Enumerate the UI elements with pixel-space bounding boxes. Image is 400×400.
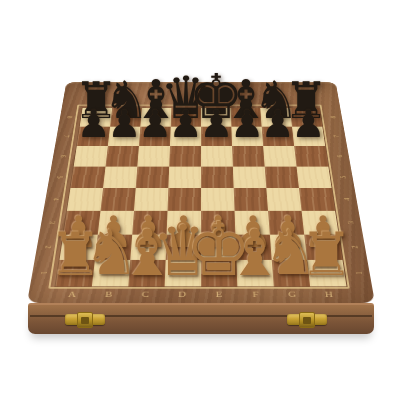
square-d5 — [168, 167, 201, 189]
square-e3 — [201, 211, 235, 235]
latch-keeper-icon — [81, 317, 89, 324]
square-c1 — [128, 260, 165, 287]
rank-label-right-7: 7 — [319, 131, 351, 142]
square-g7 — [262, 127, 295, 146]
rank-label-right-6: 6 — [322, 151, 355, 162]
rank-label-left-6: 6 — [47, 151, 80, 162]
square-e5 — [201, 167, 234, 189]
square-c4 — [134, 188, 168, 211]
square-b8 — [110, 108, 142, 127]
square-e2 — [201, 235, 236, 260]
square-e7 — [201, 127, 232, 146]
rank-label-left-7: 7 — [50, 131, 82, 142]
square-c3 — [132, 211, 167, 235]
file-label-g: G — [274, 289, 312, 298]
square-d4 — [167, 188, 201, 211]
square-f5 — [233, 167, 266, 189]
square-g1 — [272, 260, 310, 287]
square-f3 — [235, 211, 270, 235]
file-label-e: E — [201, 289, 238, 298]
square-d2 — [166, 235, 201, 260]
rank-label-right-2: 2 — [335, 240, 372, 254]
square-g3 — [268, 211, 304, 235]
square-b2 — [95, 235, 132, 260]
rank-label-right-4: 4 — [328, 193, 363, 205]
board-plane: ABCDEFGH 87654321 87654321 — [27, 82, 375, 303]
rank-label-left-8: 8 — [54, 112, 86, 122]
rank-label-right-1: 1 — [339, 266, 377, 280]
square-e4 — [201, 188, 235, 211]
latch-keeper-icon — [303, 317, 311, 324]
square-f1 — [236, 260, 273, 287]
playing-grid — [56, 108, 347, 286]
square-d6 — [169, 146, 201, 166]
square-f6 — [232, 146, 265, 166]
square-b7 — [108, 127, 141, 146]
square-g8 — [260, 108, 292, 127]
square-f4 — [234, 188, 268, 211]
square-d7 — [170, 127, 201, 146]
square-g4 — [266, 188, 301, 211]
rank-label-right-3: 3 — [332, 216, 368, 229]
rank-label-left-3: 3 — [34, 216, 70, 229]
square-c2 — [130, 235, 166, 260]
square-b3 — [98, 211, 134, 235]
square-e6 — [201, 146, 233, 166]
rank-label-left-5: 5 — [43, 171, 77, 183]
rank-label-right-8: 8 — [316, 112, 348, 122]
square-b1 — [92, 260, 130, 287]
square-b4 — [100, 188, 135, 211]
square-g2 — [270, 235, 307, 260]
square-g6 — [263, 146, 296, 166]
brass-latch-right — [287, 312, 327, 329]
square-f8 — [231, 108, 262, 127]
file-label-h: H — [310, 289, 348, 298]
chess-set-photo: ABCDEFGH 87654321 87654321 ♜♞♝♛♚♝♞♜♟♟♟♟♟… — [0, 0, 400, 400]
square-d8 — [171, 108, 201, 127]
square-c6 — [137, 146, 170, 166]
rank-label-left-4: 4 — [39, 193, 74, 205]
file-label-b: B — [91, 289, 129, 298]
square-e1 — [201, 260, 237, 287]
square-f7 — [231, 127, 263, 146]
square-c7 — [139, 127, 171, 146]
square-g5 — [265, 167, 299, 189]
rank-label-left-2: 2 — [30, 240, 67, 254]
file-label-d: D — [164, 289, 201, 298]
file-label-f: F — [237, 289, 274, 298]
rank-label-left-1: 1 — [25, 266, 63, 280]
square-f2 — [235, 235, 271, 260]
brass-latch-left — [65, 312, 105, 329]
rank-label-right-5: 5 — [325, 171, 359, 183]
file-label-a: A — [54, 289, 92, 298]
square-c5 — [136, 167, 169, 189]
square-c8 — [140, 108, 171, 127]
file-labels: ABCDEFGH — [53, 286, 349, 301]
file-label-c: C — [127, 289, 164, 298]
square-b5 — [103, 167, 137, 189]
square-e8 — [201, 108, 231, 127]
square-d1 — [165, 260, 201, 287]
square-d3 — [167, 211, 201, 235]
square-b6 — [105, 146, 138, 166]
